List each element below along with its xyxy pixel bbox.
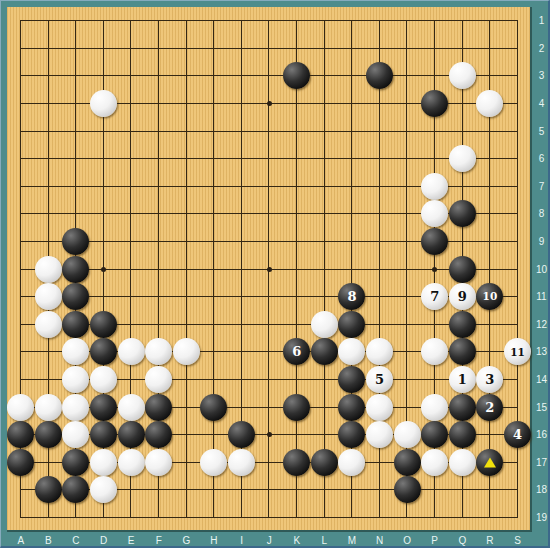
row-label: 18 [532, 476, 550, 504]
stone-D15[interactable] [90, 394, 117, 421]
move-number: 4 [504, 421, 531, 448]
row-label: 9 [532, 228, 550, 256]
column-label: N [366, 532, 394, 548]
column-label: P [421, 532, 449, 548]
stone-F15[interactable] [145, 394, 172, 421]
stone-A17[interactable] [7, 449, 34, 476]
stone-F14[interactable] [145, 366, 172, 393]
stone-Q12[interactable] [449, 311, 476, 338]
go-board-panel: 8791061151324 ABCDEFGHIJKLMNOPQRS 123456… [0, 0, 550, 548]
stone-F13[interactable] [145, 338, 172, 365]
row-label: 8 [532, 200, 550, 228]
stone-S16[interactable]: 4 [504, 421, 531, 448]
stone-B12[interactable] [35, 311, 62, 338]
row-label: 4 [532, 90, 550, 118]
row-label: 13 [532, 338, 550, 366]
column-label: S [504, 532, 532, 548]
triangle-marker [484, 458, 496, 468]
stone-P11[interactable]: 7 [421, 283, 448, 310]
move-number: 1 [449, 366, 476, 393]
stone-I17[interactable] [228, 449, 255, 476]
row-label: 15 [532, 393, 550, 421]
stone-C9[interactable] [62, 228, 89, 255]
stone-Q6[interactable] [449, 145, 476, 172]
stone-E13[interactable] [118, 338, 145, 365]
stone-F16[interactable] [145, 421, 172, 448]
stone-D4[interactable] [90, 90, 117, 117]
column-label: K [283, 532, 311, 548]
stone-P9[interactable] [421, 228, 448, 255]
column-labels: ABCDEFGHIJKLMNOPQRS [7, 532, 532, 548]
stone-N14[interactable]: 5 [366, 366, 393, 393]
stone-Q17[interactable] [449, 449, 476, 476]
stone-R14[interactable]: 3 [476, 366, 503, 393]
stone-Q13[interactable] [449, 338, 476, 365]
stone-E16[interactable] [118, 421, 145, 448]
column-label: H [200, 532, 228, 548]
stone-P7[interactable] [421, 173, 448, 200]
star-point [255, 255, 283, 283]
column-label: C [62, 532, 90, 548]
star-point [90, 255, 118, 283]
stone-C17[interactable] [62, 449, 89, 476]
stone-G13[interactable] [173, 338, 200, 365]
stone-Q16[interactable] [449, 421, 476, 448]
column-label: E [117, 532, 145, 548]
stone-L12[interactable] [311, 311, 338, 338]
stone-O17[interactable] [394, 449, 421, 476]
stone-P17[interactable] [421, 449, 448, 476]
stone-K15[interactable] [283, 394, 310, 421]
stone-C11[interactable] [62, 283, 89, 310]
move-number: 3 [476, 366, 503, 393]
stone-Q8[interactable] [449, 200, 476, 227]
stone-N3[interactable] [366, 62, 393, 89]
stone-F17[interactable] [145, 449, 172, 476]
row-label: 11 [532, 283, 550, 311]
column-label: I [228, 532, 256, 548]
stone-E15[interactable] [118, 394, 145, 421]
stone-Q10[interactable] [449, 256, 476, 283]
stone-D13[interactable] [90, 338, 117, 365]
stone-C14[interactable] [62, 366, 89, 393]
move-number: 9 [449, 283, 476, 310]
stone-Q11[interactable]: 9 [449, 283, 476, 310]
stone-M12[interactable] [338, 311, 365, 338]
stone-M15[interactable] [338, 394, 365, 421]
stone-D17[interactable] [90, 449, 117, 476]
stone-R4[interactable] [476, 90, 503, 117]
column-label: D [90, 532, 118, 548]
move-number: 10 [476, 283, 503, 310]
column-label: G [173, 532, 201, 548]
column-label: F [145, 532, 173, 548]
column-label: B [35, 532, 63, 548]
stone-M17[interactable] [338, 449, 365, 476]
column-label: R [476, 532, 504, 548]
column-label: Q [449, 532, 477, 548]
stone-I16[interactable] [228, 421, 255, 448]
stone-B10[interactable] [35, 256, 62, 283]
stone-K13[interactable]: 6 [283, 338, 310, 365]
row-label: 10 [532, 255, 550, 283]
stone-C18[interactable] [62, 476, 89, 503]
stone-K3[interactable] [283, 62, 310, 89]
row-label: 14 [532, 366, 550, 394]
stone-E17[interactable] [118, 449, 145, 476]
row-label: 7 [532, 173, 550, 201]
stone-P8[interactable] [421, 200, 448, 227]
move-number: 5 [366, 366, 393, 393]
row-label: 2 [532, 35, 550, 63]
stone-L13[interactable] [311, 338, 338, 365]
stone-A15[interactable] [7, 394, 34, 421]
stone-S13[interactable]: 11 [504, 338, 531, 365]
column-label: L [311, 532, 339, 548]
stone-Q14[interactable]: 1 [449, 366, 476, 393]
stone-M11[interactable]: 8 [338, 283, 365, 310]
stone-O16[interactable] [394, 421, 421, 448]
stone-N15[interactable] [366, 394, 393, 421]
stone-L17[interactable] [311, 449, 338, 476]
star-point [421, 255, 449, 283]
stone-B11[interactable] [35, 283, 62, 310]
stone-M14[interactable] [338, 366, 365, 393]
stone-H15[interactable] [200, 394, 227, 421]
row-labels: 12345678910111213141516171819 [532, 7, 550, 532]
move-number: 2 [476, 394, 503, 421]
stone-C12[interactable] [62, 311, 89, 338]
column-label: A [7, 532, 35, 548]
stone-D18[interactable] [90, 476, 117, 503]
row-label: 6 [532, 145, 550, 173]
stone-K17[interactable] [283, 449, 310, 476]
stone-C10[interactable] [62, 256, 89, 283]
move-number: 8 [338, 283, 365, 310]
move-number: 6 [283, 338, 310, 365]
row-label: 17 [532, 449, 550, 477]
move-number: 11 [504, 338, 531, 365]
star-point [255, 90, 283, 118]
stone-C16[interactable] [62, 421, 89, 448]
stones-layer[interactable]: 8791061151324 [7, 7, 532, 532]
stone-C13[interactable] [62, 338, 89, 365]
stone-Q15[interactable] [449, 394, 476, 421]
stone-O18[interactable] [394, 476, 421, 503]
row-label: 5 [532, 117, 550, 145]
column-label: O [393, 532, 421, 548]
stone-R15[interactable]: 2 [476, 394, 503, 421]
row-label: 19 [532, 504, 550, 532]
stone-B16[interactable] [35, 421, 62, 448]
go-board: 8791061151324 [7, 7, 532, 532]
move-number: 7 [421, 283, 448, 310]
stone-R11[interactable]: 10 [476, 283, 503, 310]
row-label: 1 [532, 7, 550, 35]
row-label: 16 [532, 421, 550, 449]
column-label: J [255, 532, 283, 548]
stone-P15[interactable] [421, 394, 448, 421]
stone-H17[interactable] [200, 449, 227, 476]
stone-M16[interactable] [338, 421, 365, 448]
stone-M13[interactable] [338, 338, 365, 365]
stone-N13[interactable] [366, 338, 393, 365]
stone-B18[interactable] [35, 476, 62, 503]
stone-D14[interactable] [90, 366, 117, 393]
column-label: M [338, 532, 366, 548]
stone-B15[interactable] [35, 394, 62, 421]
stone-D12[interactable] [90, 311, 117, 338]
row-label: 12 [532, 311, 550, 339]
star-point [255, 421, 283, 449]
stone-Q3[interactable] [449, 62, 476, 89]
row-label: 3 [532, 62, 550, 90]
stone-R17[interactable] [476, 449, 503, 476]
stone-A16[interactable] [7, 421, 34, 448]
stone-N16[interactable] [366, 421, 393, 448]
stone-P13[interactable] [421, 338, 448, 365]
stone-C15[interactable] [62, 394, 89, 421]
